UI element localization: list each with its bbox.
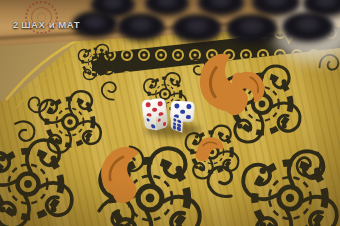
die-pip — [146, 118, 150, 122]
black-checker — [226, 14, 278, 43]
photo-scene: 2ШАХ и МАТ — [0, 0, 340, 226]
die-pip — [174, 103, 179, 108]
watermark-mark: 2 — [13, 19, 19, 30]
watermark-brand: 2ШАХ и МАТ — [13, 19, 80, 30]
die-pip — [186, 115, 191, 120]
die-pip — [177, 127, 180, 131]
black-checker — [117, 13, 165, 40]
die-pip — [180, 109, 185, 114]
die-pip — [151, 124, 155, 128]
left-die — [141, 98, 168, 136]
die-pip — [145, 102, 150, 107]
right-die — [169, 100, 195, 137]
die-pip — [158, 118, 161, 122]
die-pip — [157, 101, 162, 106]
right-die-left-face — [170, 116, 182, 133]
die-pip — [152, 107, 157, 112]
die-pip — [172, 125, 175, 129]
left-die-right-face — [156, 114, 168, 130]
black-checker — [172, 14, 222, 42]
die-pip — [163, 122, 166, 126]
black-checker — [282, 12, 334, 41]
die-pip — [186, 104, 191, 109]
watermark-brand-text: ШАХ и МАТ — [21, 19, 80, 30]
